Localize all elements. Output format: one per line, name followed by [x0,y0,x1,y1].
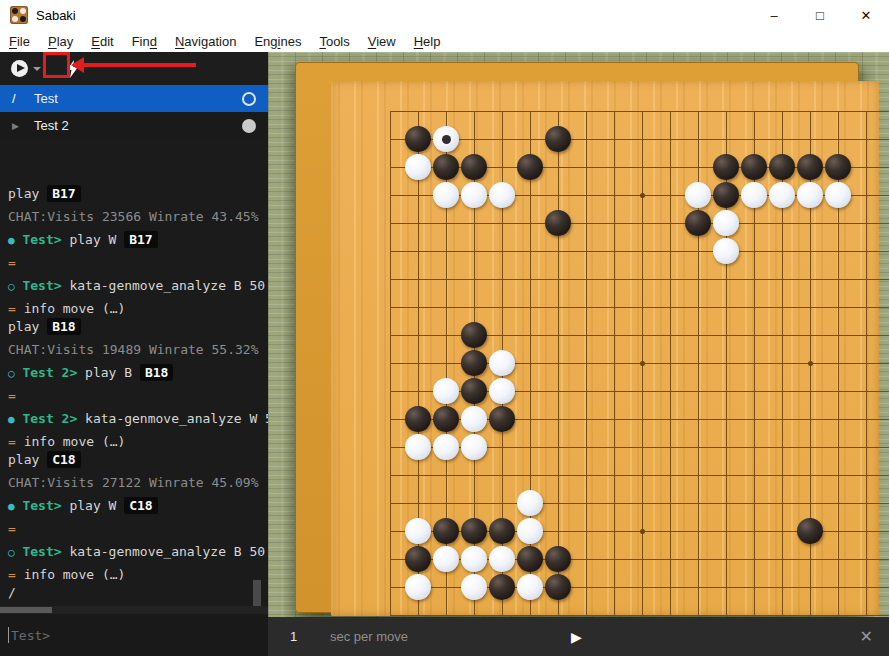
menu-bar: FilePlayEditFindNavigationEnginesToolsVi… [0,30,889,52]
stone-F17[interactable] [517,154,543,180]
stone-grid[interactable] [376,97,889,629]
console-log: play B17CHAT:Visits 23566 Winrate 43.45%… [0,140,268,606]
expand-arrow-icon: ▶ [12,121,28,131]
menu-engines[interactable]: Engines [245,34,310,49]
engine-game-bar: 1 sec per move ▶ ✕ [268,617,889,656]
gtp-console-panel: / Test ▶ Test 2 play B17CHAT:Visits 2356… [0,52,268,656]
start-playing-button[interactable]: ▶ [571,629,582,645]
stone-E8[interactable] [489,406,515,432]
stone-C18[interactable] [433,126,459,152]
annotation-arrow-shaft [83,63,196,67]
stone-C4[interactable] [433,518,459,544]
goban-frame [295,62,859,613]
stone-D3[interactable] [461,546,487,572]
stone-D10[interactable] [461,350,487,376]
stone-G15[interactable] [545,210,571,236]
stone-M15[interactable] [685,210,711,236]
console-line: CHAT:Visits 27122 Winrate 45.09% [8,471,268,494]
stone-C16[interactable] [433,182,459,208]
player-color-dot-filled [242,119,256,133]
console-line: CHAT:Visits 23566 Winrate 43.45% [8,205,268,228]
stone-B17[interactable] [405,154,431,180]
stone-M16[interactable] [685,182,711,208]
console-line: = [8,251,268,274]
stone-N17[interactable] [713,154,739,180]
console-line: ● Test> play W B17 [8,228,268,251]
console-line: ● Test> play W C18 [8,494,268,517]
stone-E4[interactable] [489,518,515,544]
menu-file[interactable]: File [0,34,39,49]
stone-R17[interactable] [825,154,851,180]
seconds-label: sec per move [330,629,408,644]
stone-C3[interactable] [433,546,459,572]
console-line: play C18 [8,448,268,471]
menu-edit[interactable]: Edit [82,34,122,49]
stone-R16[interactable] [825,182,851,208]
engine-name: Test 2 [34,118,69,133]
stone-D16[interactable] [461,182,487,208]
stone-B8[interactable] [405,406,431,432]
stone-B4[interactable] [405,518,431,544]
stone-F2[interactable] [517,574,543,600]
menu-navigation[interactable]: Navigation [166,34,245,49]
stone-B3[interactable] [405,546,431,572]
console-line: ○ Test 2> play B B18 [8,361,268,384]
seconds-input[interactable]: 1 [290,629,318,644]
stone-Q16[interactable] [797,182,823,208]
stone-B18[interactable] [405,126,431,152]
menu-help[interactable]: Help [405,34,450,49]
stone-D4[interactable] [461,518,487,544]
vertical-scrollbar-thumb[interactable] [253,580,261,606]
console-input[interactable]: Test> [0,614,268,656]
stone-D8[interactable] [461,406,487,432]
annotation-highlight-box [43,52,70,78]
stone-F4[interactable] [517,518,543,544]
stone-Q17[interactable] [797,154,823,180]
console-line: CHAT:Visits 19489 Winrate 55.32% [8,338,268,361]
stone-C17[interactable] [433,154,459,180]
stone-D17[interactable] [461,154,487,180]
stone-G18[interactable] [545,126,571,152]
sabaki-app-icon [10,6,28,24]
console-line: ● Test 2> kata-genmove_analyze W 50 [8,407,268,430]
stone-E16[interactable] [489,182,515,208]
stone-C9[interactable] [433,378,459,404]
title-bar: Sabaki – □ ✕ [0,0,889,30]
stone-E3[interactable] [489,546,515,572]
text-caret [8,627,9,643]
console-line: = [8,384,268,407]
engine-name: Test [34,91,58,106]
console-line: ○ Test> kata-genmove_analyze B 50 [8,274,268,297]
stone-D7[interactable] [461,434,487,460]
stone-B2[interactable] [405,574,431,600]
menu-play[interactable]: Play [39,34,82,49]
console-line: play B17 [8,182,268,205]
stone-E9[interactable] [489,378,515,404]
caret-down-icon[interactable] [33,67,41,71]
stone-N15[interactable] [713,210,739,236]
console-line: = [8,517,268,540]
board-background [268,52,889,617]
engine-row-test-2[interactable]: ▶ Test 2 [0,112,268,139]
stone-P17[interactable] [769,154,795,180]
menu-find[interactable]: Find [123,34,166,49]
window-title: Sabaki [36,8,76,23]
stone-E10[interactable] [489,350,515,376]
stone-D11[interactable] [461,322,487,348]
stone-C8[interactable] [433,406,459,432]
sabaki-window: { "game": "go", "board_size": 19, "windo… [0,0,889,656]
horizontal-scrollbar-thumb[interactable] [0,607,52,613]
player-color-dot-hollow [242,92,256,106]
engine-row-test[interactable]: / Test [0,85,268,112]
stone-C7[interactable] [433,434,459,460]
stone-O17[interactable] [741,154,767,180]
stone-P16[interactable] [769,182,795,208]
engine-toolbar [0,52,268,85]
menu-tools[interactable]: Tools [310,34,358,49]
maximize-button[interactable]: □ [797,0,843,30]
engine-busy-icon: / [12,91,28,106]
stone-G2[interactable] [545,574,571,600]
console-line: ○ Test> kata-genmove_analyze B 50 [8,540,268,563]
stone-E2[interactable] [489,574,515,600]
console-line: play B18 [8,315,268,338]
goban-surface[interactable] [331,81,879,616]
stone-F5[interactable] [517,490,543,516]
stone-G3[interactable] [545,546,571,572]
stone-O16[interactable] [741,182,767,208]
stone-N16[interactable] [713,182,739,208]
stone-D9[interactable] [461,378,487,404]
stone-D2[interactable] [461,574,487,600]
minimize-button[interactable]: – [751,0,797,30]
close-bar-button[interactable]: ✕ [860,627,873,646]
stone-Q4[interactable] [797,518,823,544]
last-move-marker [442,135,451,144]
console-input-placeholder: Test> [11,628,50,643]
stone-F3[interactable] [517,546,543,572]
close-button[interactable]: ✕ [843,0,889,30]
engine-play-circle-icon[interactable] [11,60,28,77]
stone-B7[interactable] [405,434,431,460]
window-controls: – □ ✕ [751,0,889,30]
stone-N14[interactable] [713,238,739,264]
horizontal-scrollbar[interactable] [0,606,268,614]
menu-view[interactable]: View [359,34,405,49]
